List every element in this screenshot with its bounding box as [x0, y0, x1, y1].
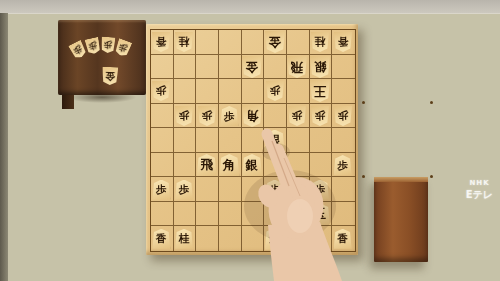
nhk-watermark: NHK Eテレ: [460, 179, 499, 202]
nhk-watermark-logo: NHK: [460, 179, 499, 187]
hand-highlight: [287, 199, 313, 233]
nhk-watermark-channel: Eテレ: [460, 188, 499, 202]
tv-frame: 歩歩歩歩金 香桂金桂香金飛銀歩歩王歩歩歩角歩歩歩銀飛角銀歩歩歩歩歩玉香桂金香 N…: [0, 0, 500, 281]
player-hand: [0, 0, 500, 281]
